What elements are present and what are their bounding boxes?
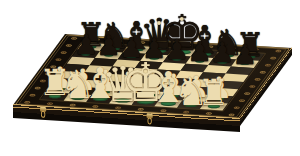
piece-glyph: ♟ (187, 37, 212, 65)
pieces-layer: ♜♞♝♛♚♝♞♜♟♟♟♟♟♟♟♟♟♟♟♟♟♟♟♟♜♞♝♛♚♝♞♜ (0, 0, 300, 156)
piece-glyph: ♟ (74, 30, 99, 58)
piece-glyph: ♟ (210, 39, 235, 67)
piece-glyph: ♟ (233, 40, 258, 68)
piece-glyph: ♜ (198, 76, 230, 112)
chess-set-photo: ♜♞♝♛♚♝♞♜♟♟♟♟♟♟♟♟♟♟♟♟♟♟♟♟♜♞♝♛♚♝♞♜ (0, 0, 300, 156)
